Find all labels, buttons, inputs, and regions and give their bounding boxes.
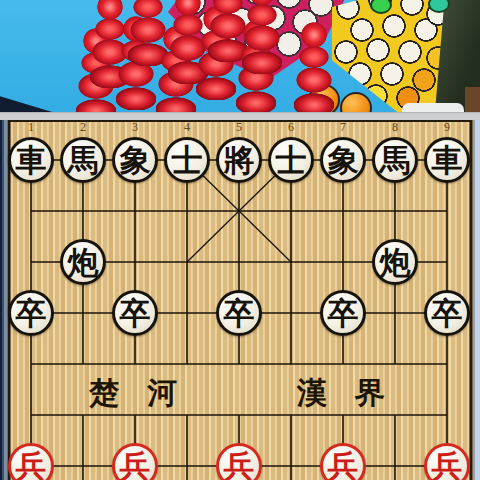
window-top-edge bbox=[0, 112, 480, 120]
piece-glyph: 兵 bbox=[224, 451, 255, 480]
column-label-7: 7 bbox=[331, 120, 355, 134]
piece-glyph: 兵 bbox=[120, 451, 151, 480]
piece-glyph: 炮 bbox=[380, 247, 411, 278]
column-label-5: 5 bbox=[227, 120, 251, 134]
column-label-1: 1 bbox=[19, 120, 43, 134]
piece-black-馬[interactable]: 馬 bbox=[372, 137, 418, 183]
piece-black-卒[interactable]: 卒 bbox=[8, 290, 54, 336]
column-label-6: 6 bbox=[279, 120, 303, 134]
piece-glyph: 象 bbox=[120, 145, 151, 176]
piece-glyph: 卒 bbox=[328, 298, 359, 329]
piece-black-卒[interactable]: 卒 bbox=[320, 290, 366, 336]
screen-edge-right bbox=[473, 118, 480, 480]
piece-glyph: 兵 bbox=[328, 451, 359, 480]
piece-glyph: 士 bbox=[276, 145, 307, 176]
piece-glyph: 卒 bbox=[16, 298, 47, 329]
piece-glyph: 士 bbox=[172, 145, 203, 176]
screenshot-root: 123456789 楚河 漢界 車馬象士將士象馬車炮炮卒卒卒卒卒兵兵兵兵兵 bbox=[0, 0, 480, 480]
river-label-left: 楚河 bbox=[89, 373, 205, 414]
column-label-4: 4 bbox=[175, 120, 199, 134]
piece-glyph: 兵 bbox=[432, 451, 463, 480]
piece-glyph: 馬 bbox=[380, 145, 411, 176]
piece-glyph: 卒 bbox=[432, 298, 463, 329]
red-pawn bbox=[294, 20, 334, 116]
piece-glyph: 卒 bbox=[224, 298, 255, 329]
piece-black-卒[interactable]: 卒 bbox=[216, 290, 262, 336]
piece-glyph: 馬 bbox=[68, 145, 99, 176]
piece-black-將[interactable]: 將 bbox=[216, 137, 262, 183]
piece-black-馬[interactable]: 馬 bbox=[60, 137, 106, 183]
piece-glyph: 卒 bbox=[120, 298, 151, 329]
piece-black-炮[interactable]: 炮 bbox=[60, 239, 106, 285]
piece-glyph: 車 bbox=[432, 145, 463, 176]
column-label-9: 9 bbox=[435, 120, 459, 134]
piece-glyph: 炮 bbox=[68, 247, 99, 278]
piece-black-車[interactable]: 車 bbox=[424, 137, 470, 183]
piece-black-卒[interactable]: 卒 bbox=[424, 290, 470, 336]
piece-black-車[interactable]: 車 bbox=[8, 137, 54, 183]
piece-glyph: 象 bbox=[328, 145, 359, 176]
column-label-8: 8 bbox=[383, 120, 407, 134]
piece-black-卒[interactable]: 卒 bbox=[112, 290, 158, 336]
piece-black-象[interactable]: 象 bbox=[112, 137, 158, 183]
column-label-3: 3 bbox=[123, 120, 147, 134]
chinese-checkers-photo bbox=[0, 0, 480, 118]
column-label-2: 2 bbox=[71, 120, 95, 134]
piece-black-象[interactable]: 象 bbox=[320, 137, 366, 183]
piece-glyph: 車 bbox=[16, 145, 47, 176]
piece-glyph: 兵 bbox=[16, 451, 47, 480]
piece-black-士[interactable]: 士 bbox=[268, 137, 314, 183]
piece-glyph: 將 bbox=[224, 145, 255, 176]
river-label-right: 漢界 bbox=[297, 373, 413, 414]
piece-black-士[interactable]: 士 bbox=[164, 137, 210, 183]
screen-edge-left bbox=[0, 118, 7, 480]
red-pawn bbox=[242, 0, 282, 74]
background-object bbox=[465, 87, 480, 113]
piece-black-炮[interactable]: 炮 bbox=[372, 239, 418, 285]
